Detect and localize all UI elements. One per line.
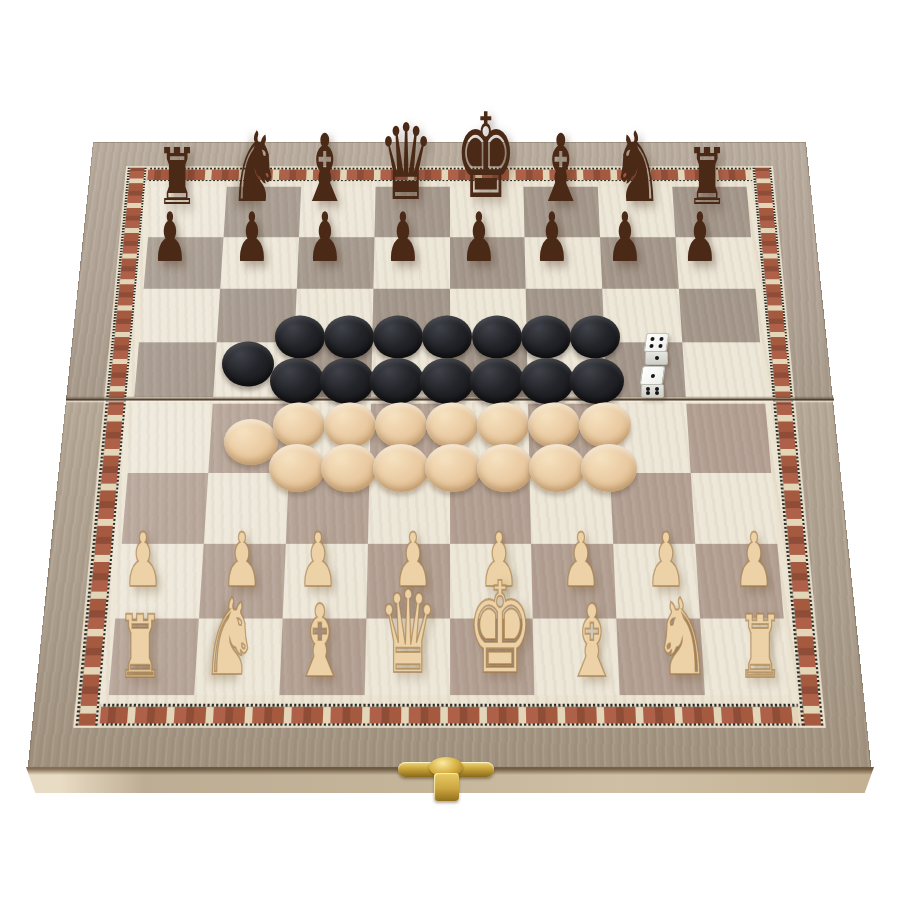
product-photo: ♜♞♝♛♚♝♞♜♟♟♟♟♟♟♟♟♟♟♟♟♟♟♟♟♜♞♝♛♚♝♞♜: [0, 0, 900, 900]
light-checker[interactable]: [581, 444, 637, 492]
black-checker[interactable]: [324, 316, 374, 359]
light-checker[interactable]: [528, 403, 580, 448]
light-checker[interactable]: [426, 403, 478, 448]
black-checker[interactable]: [570, 358, 624, 404]
light-king[interactable]: ♚: [467, 565, 533, 691]
light-checker[interactable]: [579, 403, 631, 448]
dark-pawn[interactable]: ♟: [682, 203, 718, 271]
light-bishop[interactable]: ♝: [294, 591, 347, 691]
light-checker[interactable]: [373, 444, 429, 492]
light-pawn[interactable]: ♟: [734, 523, 773, 598]
black-checker[interactable]: [222, 342, 274, 387]
dark-pawn[interactable]: ♟: [534, 203, 570, 271]
pieces-layer: ♜♞♝♛♚♝♞♜♟♟♟♟♟♟♟♟♟♟♟♟♟♟♟♟♜♞♝♛♚♝♞♜: [0, 0, 900, 900]
dark-pawn[interactable]: ♟: [607, 203, 643, 271]
dark-pawn[interactable]: ♟: [307, 203, 343, 271]
light-rook[interactable]: ♜: [737, 604, 783, 691]
light-queen[interactable]: ♛: [378, 577, 438, 691]
die-pip: [650, 374, 655, 378]
die-pip: [650, 337, 655, 341]
black-checker[interactable]: [570, 316, 620, 359]
black-checker[interactable]: [521, 316, 571, 359]
light-knight[interactable]: ♞: [654, 586, 710, 691]
die-pip: [655, 391, 659, 395]
black-checker[interactable]: [520, 358, 574, 404]
light-checker[interactable]: [477, 444, 533, 492]
light-checker[interactable]: [269, 444, 325, 492]
light-checker[interactable]: [273, 403, 325, 448]
light-knight[interactable]: ♞: [202, 586, 258, 691]
black-checker[interactable]: [373, 316, 423, 359]
die[interactable]: [645, 333, 668, 365]
black-checker[interactable]: [420, 358, 474, 404]
die-pip: [659, 337, 664, 341]
die-pip: [655, 387, 659, 391]
light-checker[interactable]: [375, 403, 427, 448]
light-pawn[interactable]: ♟: [123, 523, 162, 598]
black-checker[interactable]: [275, 316, 325, 359]
light-checker[interactable]: [324, 403, 376, 448]
black-checker[interactable]: [370, 358, 424, 404]
light-checker[interactable]: [321, 444, 377, 492]
light-checker[interactable]: [224, 419, 278, 465]
die-pip: [649, 344, 654, 348]
die[interactable]: [641, 366, 664, 398]
black-checker[interactable]: [270, 358, 324, 404]
die-pip: [655, 356, 659, 360]
black-checker[interactable]: [422, 316, 472, 359]
dark-pawn[interactable]: ♟: [461, 203, 497, 271]
dark-pawn[interactable]: ♟: [234, 203, 270, 271]
black-checker[interactable]: [470, 358, 524, 404]
black-checker[interactable]: [472, 316, 522, 359]
die-pip: [646, 391, 650, 395]
light-checker[interactable]: [529, 444, 585, 492]
die-pip: [658, 344, 663, 348]
light-rook[interactable]: ♜: [117, 604, 163, 691]
black-checker[interactable]: [320, 358, 374, 404]
light-checker[interactable]: [425, 444, 481, 492]
light-checker[interactable]: [477, 403, 529, 448]
die-pip: [646, 387, 650, 391]
dark-pawn[interactable]: ♟: [152, 203, 188, 271]
dark-pawn[interactable]: ♟: [385, 203, 421, 271]
light-bishop[interactable]: ♝: [566, 591, 619, 691]
